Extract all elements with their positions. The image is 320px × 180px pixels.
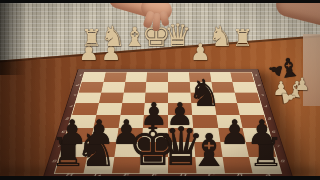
rank-label-6: 6 [268,130,278,134]
square-d3 [168,92,191,103]
square-a1 [231,72,255,82]
square-e5 [143,115,168,128]
square-f5 [118,115,144,128]
rank-label-3: 3 [258,94,267,97]
square-c2 [190,82,213,92]
rank-label-8: 8 [48,159,59,163]
square-g3 [99,92,124,103]
square-e1 [146,72,168,82]
square-d1 [168,72,190,82]
square-b1 [210,72,233,82]
square-c1 [189,72,211,82]
square-e8 [140,157,168,173]
square-b7 [220,142,249,157]
rank-label-1: 1 [252,74,260,77]
square-e2 [146,82,168,92]
rank-label-6: 6 [58,130,68,134]
square-d8 [168,157,196,173]
rank-label-5: 5 [62,117,72,121]
square-h1 [82,72,106,82]
board-squares [55,72,281,173]
rank-label-2: 2 [73,83,81,86]
square-g5 [93,115,120,128]
square-a3 [235,92,261,103]
letterbox-top [0,0,320,3]
square-b5 [216,115,243,128]
square-c3 [190,92,214,103]
square-c4 [191,103,216,115]
square-d2 [168,82,190,92]
square-e6 [142,128,168,142]
square-b6 [218,128,246,142]
square-e7 [141,142,168,157]
square-a4 [237,103,264,115]
rank-label-1: 1 [76,74,84,77]
square-f4 [120,103,145,115]
square-d7 [168,142,195,157]
square-c6 [193,128,220,142]
square-d4 [168,103,192,115]
square-g8 [83,157,114,173]
rank-label-7: 7 [272,144,282,148]
square-h5 [68,115,96,128]
wall-shadow [0,0,26,75]
square-g1 [103,72,126,82]
rank-label-4: 4 [261,105,270,108]
square-c5 [192,115,218,128]
square-f1 [125,72,147,82]
square-h8 [55,157,87,173]
square-d6 [168,128,194,142]
square-b3 [213,92,238,103]
rank-label-3: 3 [70,94,79,97]
square-b8 [222,157,253,173]
rank-label-7: 7 [53,144,63,148]
square-h2 [79,82,104,92]
square-c8 [195,157,224,173]
rank-label-5: 5 [264,117,274,121]
square-h4 [72,103,99,115]
square-h3 [76,92,102,103]
rank-label-8: 8 [277,159,288,163]
square-g7 [87,142,116,157]
square-g2 [101,82,125,92]
square-h6 [64,128,93,142]
square-e3 [145,92,168,103]
square-f3 [122,92,146,103]
square-a2 [233,82,258,92]
square-b4 [214,103,240,115]
square-g4 [96,103,122,115]
rank-label-2: 2 [255,83,263,86]
square-f7 [114,142,142,157]
letterbox-bottom [0,176,320,180]
square-c7 [194,142,222,157]
square-g6 [90,128,118,142]
square-f2 [123,82,146,92]
scene: HGFEDCBA1122334455667788 ♜♝♛♚♞♜♟♟♟♟♟♟♟♞♟… [0,0,320,180]
square-e4 [144,103,168,115]
square-b2 [211,82,235,92]
square-f6 [116,128,143,142]
rank-label-4: 4 [66,105,75,108]
square-d5 [168,115,193,128]
square-h7 [60,142,90,157]
square-f8 [111,157,140,173]
wall-corner-strip [303,34,320,106]
chess-board: HGFEDCBA1122334455667788 [42,69,294,180]
